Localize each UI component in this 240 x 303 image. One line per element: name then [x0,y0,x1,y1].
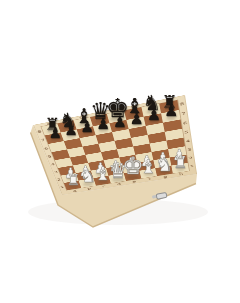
piece-black-pawn-d7: ♟ [96,117,110,133]
piece-black-pawn-f7: ♟ [130,110,144,126]
pieces-layer: ♜♞♝♛♚♝♞♜♟♟♟♟♟♟♟♟♟♟♟♟♟♟♟♟♜♞♝♛♚♝♞♜ [0,0,240,303]
piece-black-pawn-e7: ♟ [113,114,127,130]
piece-white-knight-g1: ♞ [156,155,173,174]
chess-set-photo: aabbccddeeffgghh8877665544332211 ♜♞♝♛♚♝♞… [0,0,240,303]
piece-black-pawn-b7: ♟ [64,123,78,138]
piece-white-rook-h1: ♜ [173,155,187,171]
piece-black-pawn-h7: ♟ [164,104,178,120]
piece-black-pawn-g7: ♟ [147,107,161,123]
piece-black-pawn-c7: ♟ [80,120,94,135]
piece-white-rook-a1: ♜ [67,173,81,188]
piece-white-bishop-f1: ♝ [140,157,157,176]
piece-black-pawn-a7: ♟ [49,126,63,141]
